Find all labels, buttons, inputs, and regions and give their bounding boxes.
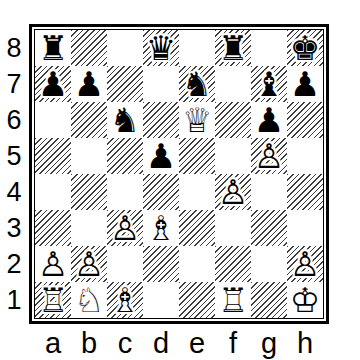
chess-diagram: 87654321 ♜♛♜♚♟♟♞♝♟♞♕♟♟♙♙♙♗♙♙♙♖♘♗♖♔ abcde… <box>0 0 360 360</box>
black-knight-icon[interactable]: ♞ <box>182 66 212 102</box>
chess-board: ♜♛♜♚♟♟♞♝♟♞♕♟♟♙♙♙♗♙♙♙♖♘♗♖♔ <box>34 29 324 319</box>
square-e8[interactable] <box>179 30 215 66</box>
file-label-g: g <box>251 327 287 360</box>
file-label-e: e <box>179 327 215 360</box>
square-g2[interactable] <box>251 246 287 282</box>
square-f4[interactable]: ♙ <box>215 174 251 210</box>
square-b5[interactable] <box>71 138 107 174</box>
white-pawn-icon[interactable]: ♙ <box>254 138 284 174</box>
square-d3[interactable]: ♗ <box>143 210 179 246</box>
black-bishop-icon[interactable]: ♝ <box>254 66 284 102</box>
rank-label-7: 7 <box>0 66 28 102</box>
white-rook-icon[interactable]: ♖ <box>38 282 68 318</box>
square-c1[interactable]: ♗ <box>107 282 143 318</box>
white-pawn-icon[interactable]: ♙ <box>74 246 104 282</box>
file-label-b: b <box>71 327 107 360</box>
square-c8[interactable] <box>107 30 143 66</box>
square-e6[interactable]: ♕ <box>179 102 215 138</box>
square-g7[interactable]: ♝ <box>251 66 287 102</box>
black-rook-icon[interactable]: ♜ <box>218 30 248 66</box>
square-g3[interactable] <box>251 210 287 246</box>
file-label-h: h <box>287 327 323 360</box>
square-f2[interactable] <box>215 246 251 282</box>
black-pawn-icon[interactable]: ♟ <box>146 138 176 174</box>
square-a3[interactable] <box>35 210 71 246</box>
file-label-d: d <box>143 327 179 360</box>
rank-labels: 87654321 <box>0 30 28 318</box>
square-d7[interactable] <box>143 66 179 102</box>
square-f6[interactable] <box>215 102 251 138</box>
square-a6[interactable] <box>35 102 71 138</box>
white-pawn-icon[interactable]: ♙ <box>110 210 140 246</box>
square-h3[interactable] <box>287 210 323 246</box>
white-pawn-icon[interactable]: ♙ <box>38 246 68 282</box>
square-e2[interactable] <box>179 246 215 282</box>
rank-label-6: 6 <box>0 102 28 138</box>
board-frame: ♜♛♜♚♟♟♞♝♟♞♕♟♟♙♙♙♗♙♙♙♖♘♗♖♔ <box>29 24 329 324</box>
black-rook-icon[interactable]: ♜ <box>38 30 68 66</box>
file-label-f: f <box>215 327 251 360</box>
square-d4[interactable] <box>143 174 179 210</box>
square-h5[interactable] <box>287 138 323 174</box>
square-b6[interactable] <box>71 102 107 138</box>
square-h8[interactable]: ♚ <box>287 30 323 66</box>
square-c5[interactable] <box>107 138 143 174</box>
black-knight-icon[interactable]: ♞ <box>110 102 140 138</box>
square-b7[interactable]: ♟ <box>71 66 107 102</box>
rank-label-5: 5 <box>0 138 28 174</box>
white-bishop-icon[interactable]: ♗ <box>146 210 176 246</box>
square-d6[interactable] <box>143 102 179 138</box>
white-bishop-icon[interactable]: ♗ <box>110 282 140 318</box>
square-a2[interactable]: ♙ <box>35 246 71 282</box>
square-e5[interactable] <box>179 138 215 174</box>
square-d5[interactable]: ♟ <box>143 138 179 174</box>
rank-label-8: 8 <box>0 30 28 66</box>
square-g1[interactable] <box>251 282 287 318</box>
square-b8[interactable] <box>71 30 107 66</box>
square-e3[interactable] <box>179 210 215 246</box>
white-rook-icon[interactable]: ♖ <box>218 282 248 318</box>
rank-label-1: 1 <box>0 282 28 318</box>
square-e1[interactable] <box>179 282 215 318</box>
black-pawn-icon[interactable]: ♟ <box>254 102 284 138</box>
square-d8[interactable]: ♛ <box>143 30 179 66</box>
square-a5[interactable] <box>35 138 71 174</box>
square-a8[interactable]: ♜ <box>35 30 71 66</box>
white-knight-icon[interactable]: ♘ <box>74 282 104 318</box>
square-e7[interactable]: ♞ <box>179 66 215 102</box>
square-c2[interactable] <box>107 246 143 282</box>
file-label-a: a <box>35 327 71 360</box>
square-d2[interactable] <box>143 246 179 282</box>
square-f5[interactable] <box>215 138 251 174</box>
square-f8[interactable]: ♜ <box>215 30 251 66</box>
square-g8[interactable] <box>251 30 287 66</box>
square-h7[interactable]: ♟ <box>287 66 323 102</box>
black-pawn-icon[interactable]: ♟ <box>38 66 68 102</box>
square-f7[interactable] <box>215 66 251 102</box>
rank-label-3: 3 <box>0 210 28 246</box>
square-c6[interactable]: ♞ <box>107 102 143 138</box>
square-a7[interactable]: ♟ <box>35 66 71 102</box>
square-b1[interactable]: ♘ <box>71 282 107 318</box>
black-pawn-icon[interactable]: ♟ <box>74 66 104 102</box>
white-queen-icon[interactable]: ♕ <box>182 102 212 138</box>
square-h1[interactable]: ♔ <box>287 282 323 318</box>
square-c4[interactable] <box>107 174 143 210</box>
black-king-icon[interactable]: ♚ <box>290 30 320 66</box>
square-h6[interactable] <box>287 102 323 138</box>
rank-label-4: 4 <box>0 174 28 210</box>
square-c3[interactable]: ♙ <box>107 210 143 246</box>
square-b3[interactable] <box>71 210 107 246</box>
black-pawn-icon[interactable]: ♟ <box>290 66 320 102</box>
square-c7[interactable] <box>107 66 143 102</box>
square-f3[interactable] <box>215 210 251 246</box>
square-d1[interactable] <box>143 282 179 318</box>
white-pawn-icon[interactable]: ♙ <box>218 174 248 210</box>
square-e4[interactable] <box>179 174 215 210</box>
square-a1[interactable]: ♖ <box>35 282 71 318</box>
file-labels: abcdefgh <box>35 327 323 359</box>
white-king-icon[interactable]: ♔ <box>290 282 320 318</box>
square-a4[interactable] <box>35 174 71 210</box>
square-f1[interactable]: ♖ <box>215 282 251 318</box>
square-g5[interactable]: ♙ <box>251 138 287 174</box>
black-queen-icon[interactable]: ♛ <box>146 30 176 66</box>
square-h2[interactable]: ♙ <box>287 246 323 282</box>
square-b4[interactable] <box>71 174 107 210</box>
square-g6[interactable]: ♟ <box>251 102 287 138</box>
square-g4[interactable] <box>251 174 287 210</box>
white-pawn-icon[interactable]: ♙ <box>290 246 320 282</box>
file-label-c: c <box>107 327 143 360</box>
square-b2[interactable]: ♙ <box>71 246 107 282</box>
rank-label-2: 2 <box>0 246 28 282</box>
square-h4[interactable] <box>287 174 323 210</box>
